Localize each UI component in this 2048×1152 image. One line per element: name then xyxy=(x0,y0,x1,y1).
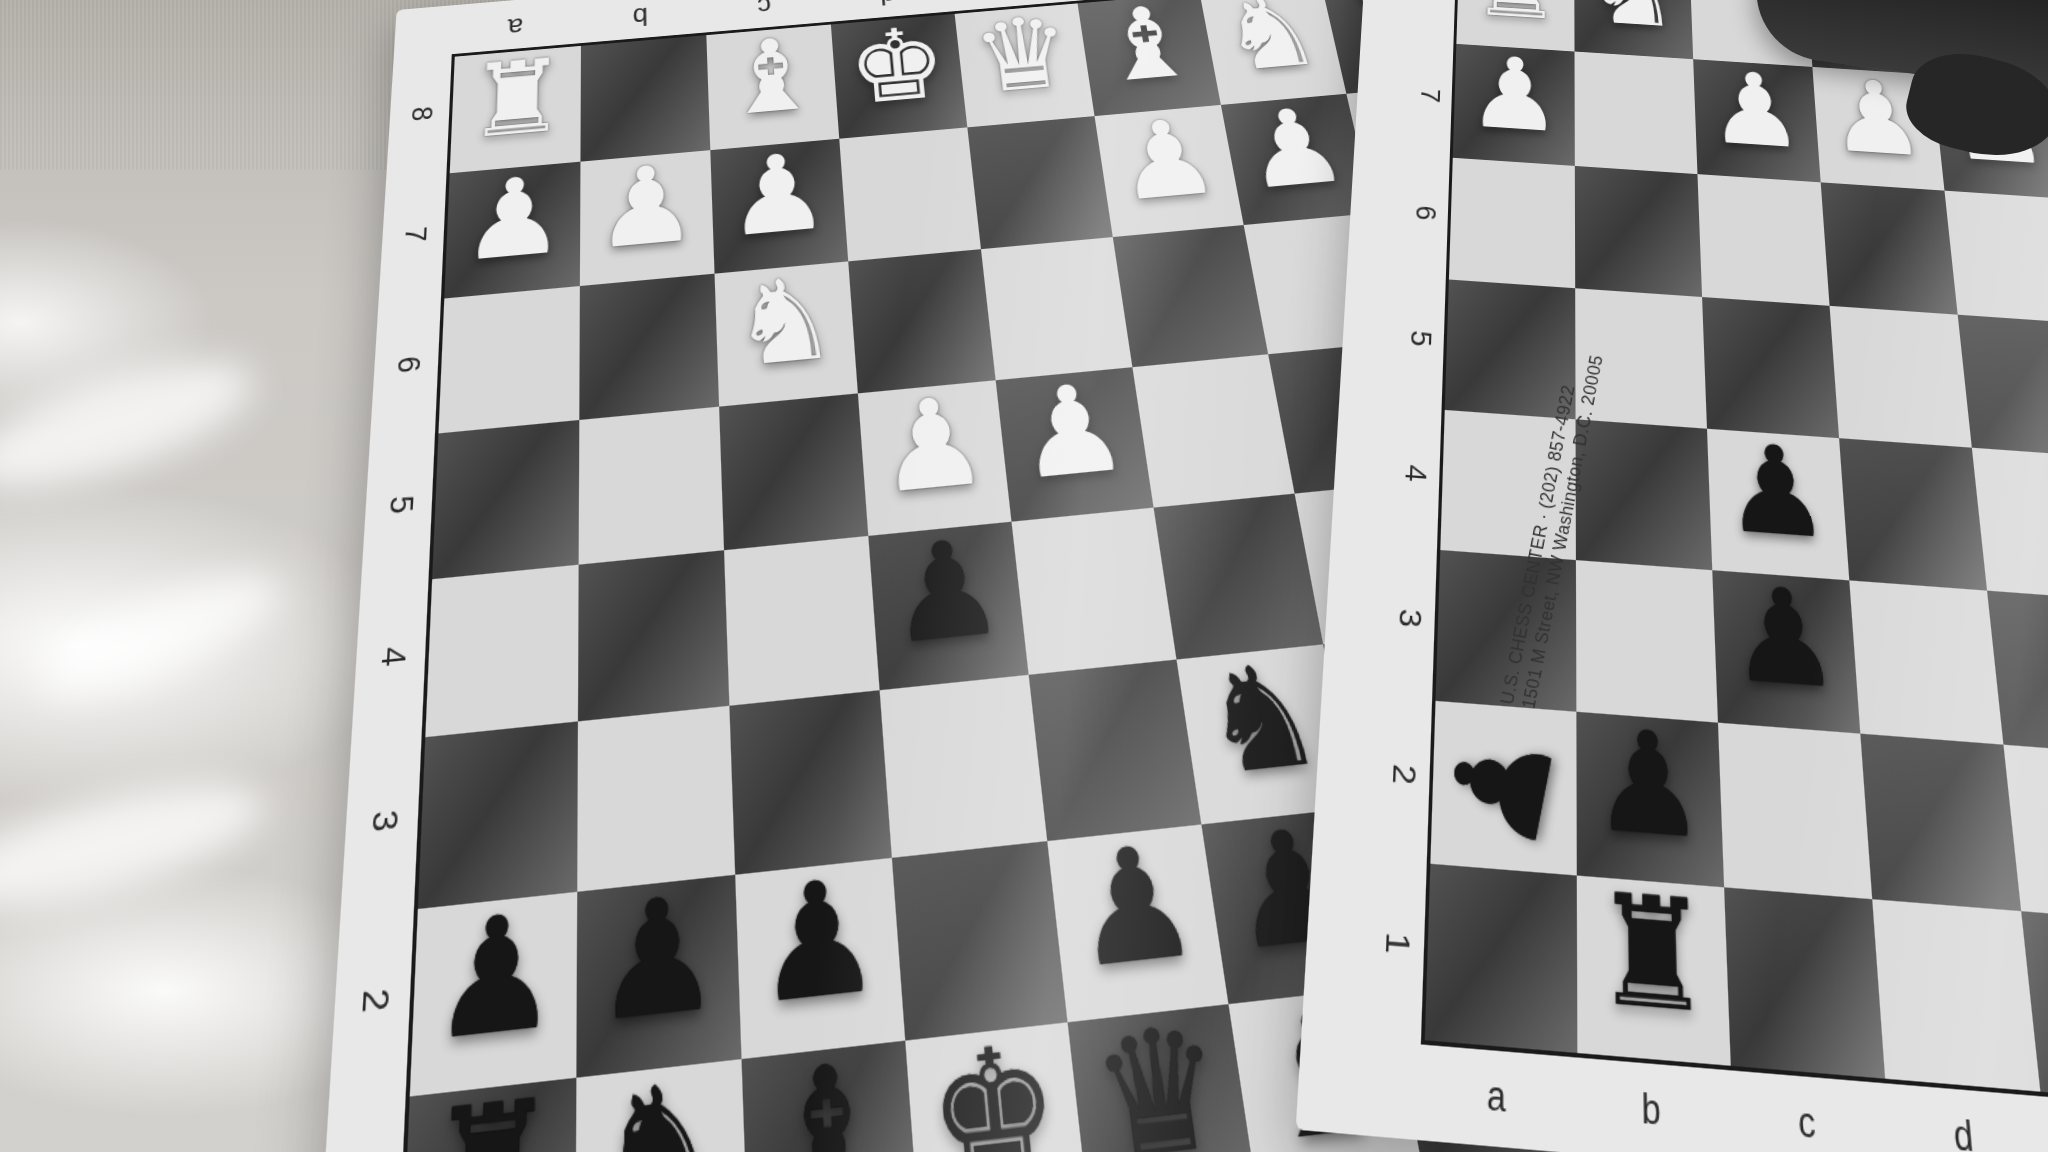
right-file-label-bottom-a: a xyxy=(1419,1067,1574,1128)
floor-glare xyxy=(0,336,267,514)
main-square-c3 xyxy=(729,690,891,875)
piece-black-P-c3-partial: ♟ xyxy=(1727,569,1843,709)
piece-white-N-c6: ♞ xyxy=(729,261,841,385)
main-square-d8: ♚ xyxy=(831,14,967,139)
right-rank-label-5: 5 xyxy=(1356,311,1486,367)
right-square-b3 xyxy=(1576,560,1718,723)
main-file-label-top-d: d xyxy=(825,0,950,14)
right-square-e6 xyxy=(1944,191,2048,324)
piece-black-P-e2: ♟ xyxy=(1064,823,1207,992)
piece-black-R-b1-partial: ♜ xyxy=(1593,874,1713,1037)
piece-black-B-c1: ♝ xyxy=(760,1040,899,1152)
floor-glare xyxy=(26,554,293,716)
right-square-b1: ♜ xyxy=(1577,876,1731,1066)
piece-white-P-e5: ♟ xyxy=(1011,366,1135,498)
piece-black-K-d1: ♚ xyxy=(923,1021,1068,1152)
right-rank-label-4: 4 xyxy=(1348,444,1483,504)
piece-white-P-c7: ♟ xyxy=(725,138,833,253)
piece-black-P-b2: ♟ xyxy=(1592,710,1707,861)
main-square-d2 xyxy=(892,841,1068,1041)
piece-white-P-c7: ♟ xyxy=(1706,58,1806,164)
main-square-b4 xyxy=(578,550,729,721)
main-square-f8: ♝ xyxy=(1078,0,1221,116)
piece-white-P-f7: ♟ xyxy=(1108,104,1226,217)
piece-white-P-g7: ♟ xyxy=(1234,93,1355,205)
piece-white-N-b8: ♞ xyxy=(1587,0,1680,42)
right-rank-label-1: 1 xyxy=(1321,906,1472,982)
main-square-f7: ♟ xyxy=(1095,105,1244,237)
piece-white-Q-e8: ♛ xyxy=(968,3,1078,109)
right-square-c3: ♟ xyxy=(1712,570,1860,733)
piece-white-B-c8: ♝ xyxy=(720,24,824,132)
right-square-d4 xyxy=(1839,438,1987,590)
right-square-d6 xyxy=(1821,182,1958,314)
main-square-c6: ♞ xyxy=(715,261,858,406)
right-rank-label-7: 7 xyxy=(1369,71,1490,120)
main-square-f5 xyxy=(1132,354,1294,507)
right-square-c4: ♟ xyxy=(1707,429,1849,581)
main-square-e6 xyxy=(981,237,1132,380)
main-square-c8: ♝ xyxy=(706,24,839,150)
main-square-c5 xyxy=(719,393,868,550)
right-grid: ♜♞♝♚♛♟♟♟♟♟♟♟♟♜ xyxy=(1425,0,2048,1144)
right-square-c6 xyxy=(1697,174,1829,306)
right-square-c7: ♟ xyxy=(1693,59,1821,182)
floor-glare xyxy=(0,759,276,931)
right-square-e5 xyxy=(1958,315,2048,458)
right-square-d1 xyxy=(1872,899,2040,1091)
main-square-d5: ♟ xyxy=(858,380,1012,536)
main-file-label-top-c: c xyxy=(702,0,827,25)
main-square-e7 xyxy=(967,116,1112,249)
main-square-e3 xyxy=(1029,660,1202,842)
piece-black-P-c4-partial: ♟ xyxy=(1721,428,1832,558)
main-square-c7: ♟ xyxy=(710,139,848,274)
piece-black-N-f3: ♞ xyxy=(1192,643,1332,797)
main-square-c4 xyxy=(724,536,880,706)
right-square-c1 xyxy=(1724,887,1885,1078)
chessboard-right: abcdefgh♜♞♝♚♛♟♟♟♟♟♟♟♟♜abcdefgh87654321 xyxy=(1296,0,2048,1152)
main-square-b5 xyxy=(579,407,724,565)
main-square-e2: ♟ xyxy=(1047,824,1228,1022)
piece-white-B-f8: ♝ xyxy=(1091,0,1204,98)
piece-white-N-g8: ♞ xyxy=(1213,0,1329,87)
piece-black-P-d4: ♟ xyxy=(884,521,1010,665)
right-rank-label-6: 6 xyxy=(1363,187,1488,239)
piece-black-P-b2: ♟ xyxy=(595,874,723,1047)
right-square-b8: ♞ xyxy=(1574,0,1693,59)
main-square-c2: ♟ xyxy=(735,858,905,1059)
main-square-e8: ♛ xyxy=(955,3,1095,127)
piece-black-Q-e1: ♛ xyxy=(1085,1003,1235,1152)
main-file-label-top-a: a xyxy=(452,7,578,46)
right-file-label-bottom-b: b xyxy=(1574,1080,1730,1141)
right-square-a8: ♜ xyxy=(1456,0,1574,52)
right-square-c5 xyxy=(1702,297,1839,438)
main-square-e1: ♛ xyxy=(1068,1004,1259,1152)
right-square-d3 xyxy=(1849,580,2003,744)
main-file-label-top-b: b xyxy=(578,0,703,35)
main-square-f6 xyxy=(1113,225,1268,367)
main-square-b7: ♟ xyxy=(580,150,715,286)
main-square-d1: ♚ xyxy=(905,1022,1090,1152)
right-rank-label-8: 8 xyxy=(1376,0,1493,9)
main-square-e5: ♟ xyxy=(996,367,1154,522)
right-playing-area: ♜♞♝♚♛♟♟♟♟♟♟♟♟♜ xyxy=(1421,0,2048,1149)
piece-white-P-d5: ♟ xyxy=(873,379,993,512)
main-square-d6 xyxy=(848,249,995,393)
right-square-b2: ♟ xyxy=(1576,712,1724,888)
main-square-d7 xyxy=(839,127,981,261)
main-square-f4 xyxy=(1154,494,1324,660)
right-square-d5 xyxy=(1830,306,1972,448)
main-square-b3 xyxy=(577,706,735,892)
piece-white-K-d8: ♚ xyxy=(844,13,951,120)
piece-white-P-b7: ♟ xyxy=(595,149,699,265)
right-square-b4 xyxy=(1576,419,1713,570)
right-rank-label-3: 3 xyxy=(1340,586,1480,651)
right-file-label-bottom-d: d xyxy=(1883,1106,2044,1152)
right-square-c2 xyxy=(1718,723,1872,900)
right-square-d2 xyxy=(1860,734,2021,912)
right-rank-label-2: 2 xyxy=(1331,740,1476,810)
main-square-b8 xyxy=(580,35,710,162)
main-square-d4: ♟ xyxy=(868,522,1028,691)
piece-black-P-c2: ♟ xyxy=(752,857,885,1029)
main-square-g8: ♞ xyxy=(1200,0,1347,105)
main-square-b2: ♟ xyxy=(576,875,741,1078)
main-square-c1: ♝ xyxy=(742,1041,920,1152)
main-square-e4 xyxy=(1011,508,1176,675)
right-file-label-bottom-c: c xyxy=(1728,1093,1887,1152)
right-board-paper: abcdefgh♜♞♝♚♛♟♟♟♟♟♟♟♟♜abcdefgh87654321 xyxy=(1296,0,2048,1152)
main-square-b6 xyxy=(579,274,719,420)
main-square-d3 xyxy=(880,675,1048,858)
